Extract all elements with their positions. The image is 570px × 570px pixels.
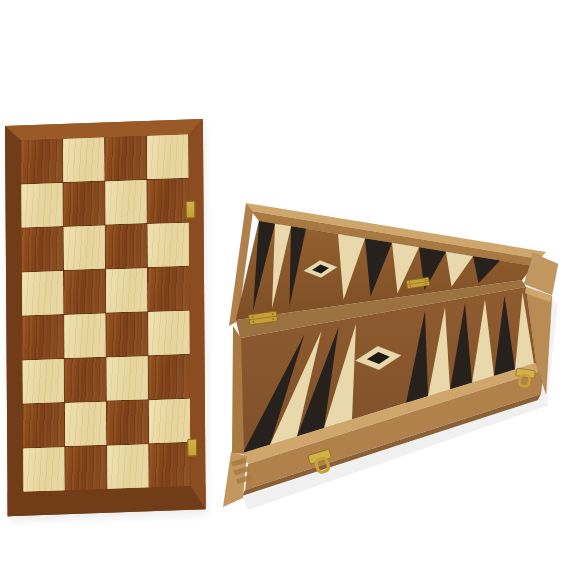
- product-photo-scene: [0, 0, 570, 570]
- backgammon-case: [0, 0, 570, 570]
